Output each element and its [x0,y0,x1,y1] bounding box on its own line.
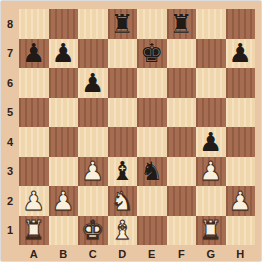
white-pawn-a2: ♟ [19,186,49,216]
black-pawn-g4: ♟ [196,127,226,157]
rank-label-1: 1 [1,216,19,246]
square-f7[interactable] [167,39,197,69]
file-label-a: A [19,245,49,262]
white-rook-g1: ♜ [196,216,226,246]
square-c2[interactable] [78,186,108,216]
black-rook-f8: ♜ [167,9,197,39]
rank-labels: 87654321 [1,9,19,245]
square-d8[interactable]: ♜ [108,9,138,39]
rank-label-6: 6 [1,68,19,98]
rank-label-8: 8 [1,9,19,39]
square-f1[interactable] [167,216,197,246]
white-knight-d2: ♞ [108,186,138,216]
square-g1[interactable]: ♜ [196,216,226,246]
rank-label-2: 2 [1,186,19,216]
black-pawn-h7: ♟ [226,39,256,69]
black-pawn-b7: ♟ [49,39,79,69]
square-h1[interactable] [226,216,256,246]
square-a6[interactable] [19,68,49,98]
file-label-h: H [226,245,256,262]
square-f3[interactable] [167,157,197,187]
black-knight-e3: ♞ [137,157,167,187]
square-g5[interactable] [196,98,226,128]
square-d5[interactable] [108,98,138,128]
square-b1[interactable] [49,216,79,246]
rank-label-3: 3 [1,157,19,187]
square-a5[interactable] [19,98,49,128]
black-bishop-d3: ♝ [108,157,138,187]
black-rook-d8: ♜ [108,9,138,39]
square-d1[interactable]: ♝ [108,216,138,246]
square-b5[interactable] [49,98,79,128]
square-h2[interactable]: ♟ [226,186,256,216]
file-label-d: D [108,245,138,262]
square-b8[interactable] [49,9,79,39]
square-b6[interactable] [49,68,79,98]
square-g8[interactable] [196,9,226,39]
square-c7[interactable] [78,39,108,69]
square-b7[interactable]: ♟ [49,39,79,69]
chess-board: ♜♜♟♟♚♟♟♟♟♝♞♟♟♟♞♟♜♚♝♜ [19,9,255,245]
square-e5[interactable] [137,98,167,128]
square-b4[interactable] [49,127,79,157]
black-pawn-a7: ♟ [19,39,49,69]
rank-label-5: 5 [1,98,19,128]
white-pawn-h2: ♟ [226,186,256,216]
white-pawn-b2: ♟ [49,186,79,216]
file-label-b: B [49,245,79,262]
file-label-g: G [196,245,226,262]
rank-label-4: 4 [1,127,19,157]
square-e3[interactable]: ♞ [137,157,167,187]
file-label-f: F [167,245,197,262]
square-a4[interactable] [19,127,49,157]
file-label-c: C [78,245,108,262]
square-e4[interactable] [137,127,167,157]
square-a7[interactable]: ♟ [19,39,49,69]
square-c1[interactable]: ♚ [78,216,108,246]
square-a3[interactable] [19,157,49,187]
square-a1[interactable]: ♜ [19,216,49,246]
square-d2[interactable]: ♞ [108,186,138,216]
square-g6[interactable] [196,68,226,98]
square-d4[interactable] [108,127,138,157]
square-f2[interactable] [167,186,197,216]
rank-label-7: 7 [1,39,19,69]
square-b3[interactable] [49,157,79,187]
square-e1[interactable] [137,216,167,246]
square-c3[interactable]: ♟ [78,157,108,187]
white-pawn-g3: ♟ [196,157,226,187]
chess-board-diagram: 87654321 ♜♜♟♟♚♟♟♟♟♝♞♟♟♟♞♟♜♚♝♜ ABCDEFGH [0,0,262,262]
square-a8[interactable] [19,9,49,39]
square-c5[interactable] [78,98,108,128]
square-h3[interactable] [226,157,256,187]
white-bishop-d1: ♝ [108,216,138,246]
square-g2[interactable] [196,186,226,216]
white-pawn-c3: ♟ [78,157,108,187]
file-labels: ABCDEFGH [19,245,255,262]
square-h6[interactable] [226,68,256,98]
square-b2[interactable]: ♟ [49,186,79,216]
square-f8[interactable]: ♜ [167,9,197,39]
square-e2[interactable] [137,186,167,216]
square-f6[interactable] [167,68,197,98]
black-king-e7: ♚ [137,39,167,69]
square-g7[interactable] [196,39,226,69]
file-label-e: E [137,245,167,262]
square-c6[interactable]: ♟ [78,68,108,98]
square-c8[interactable] [78,9,108,39]
square-h7[interactable]: ♟ [226,39,256,69]
square-g4[interactable]: ♟ [196,127,226,157]
square-h8[interactable] [226,9,256,39]
square-e6[interactable] [137,68,167,98]
square-a2[interactable]: ♟ [19,186,49,216]
square-f4[interactable] [167,127,197,157]
square-c4[interactable] [78,127,108,157]
square-g3[interactable]: ♟ [196,157,226,187]
square-e8[interactable] [137,9,167,39]
square-d3[interactable]: ♝ [108,157,138,187]
white-king-c1: ♚ [78,216,108,246]
white-rook-a1: ♜ [19,216,49,246]
square-h5[interactable] [226,98,256,128]
square-d7[interactable] [108,39,138,69]
black-pawn-c6: ♟ [78,68,108,98]
square-h4[interactable] [226,127,256,157]
square-f5[interactable] [167,98,197,128]
square-e7[interactable]: ♚ [137,39,167,69]
square-d6[interactable] [108,68,138,98]
